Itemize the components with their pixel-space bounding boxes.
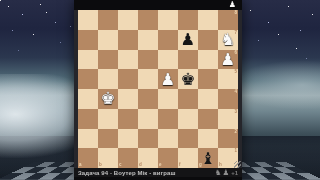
- square-g5[interactable]: [198, 69, 218, 89]
- material-score: +1: [231, 170, 238, 176]
- puzzle-caption: Задача 94 - Воутер Мік - виграш: [78, 170, 176, 176]
- square-g7[interactable]: [198, 30, 218, 50]
- rank-label-2: 2: [234, 130, 237, 135]
- square-a6[interactable]: [78, 50, 98, 70]
- black-king-f5[interactable]: ♚: [181, 70, 196, 89]
- square-h4[interactable]: 4: [218, 89, 238, 109]
- background-scene: ♟ 8♟7♞6♟♟♚5♚432abcdefg♝h1 Задача 94 - Во…: [0, 0, 320, 180]
- window-footer: [74, 177, 242, 180]
- white-knight-h7[interactable]: ♞: [221, 30, 236, 49]
- square-h2[interactable]: 2: [218, 129, 238, 149]
- rank-label-7: 7: [234, 31, 237, 36]
- file-label-b: b: [99, 163, 102, 168]
- file-label-c: c: [119, 163, 122, 168]
- square-d1[interactable]: d: [138, 148, 158, 168]
- rank-label-3: 3: [234, 110, 237, 115]
- board-frame: 8♟7♞6♟♟♚5♚432abcdefg♝h1: [74, 10, 242, 168]
- square-h8[interactable]: 8: [218, 10, 238, 30]
- square-d6[interactable]: [138, 50, 158, 70]
- captured-black-pawn-icon: ♟: [222, 169, 229, 177]
- file-label-d: d: [139, 163, 142, 168]
- square-b3[interactable]: [98, 109, 118, 129]
- starfield: [0, 0, 1, 1]
- square-d5[interactable]: [138, 69, 158, 89]
- square-c1[interactable]: c: [118, 148, 138, 168]
- square-e7[interactable]: [158, 30, 178, 50]
- square-h3[interactable]: 3: [218, 109, 238, 129]
- square-f3[interactable]: [178, 109, 198, 129]
- white-king-b4[interactable]: ♚: [101, 89, 116, 108]
- square-f6[interactable]: [178, 50, 198, 70]
- square-g6[interactable]: [198, 50, 218, 70]
- rank-label-5: 5: [234, 70, 237, 75]
- captured-white-pawn-icon: ♟: [229, 1, 236, 9]
- square-d7[interactable]: [138, 30, 158, 50]
- square-e5[interactable]: ♟: [158, 69, 178, 89]
- square-f4[interactable]: [178, 89, 198, 109]
- square-c7[interactable]: [118, 30, 138, 50]
- square-f7[interactable]: ♟: [178, 30, 198, 50]
- square-h5[interactable]: 5: [218, 69, 238, 89]
- square-c3[interactable]: [118, 109, 138, 129]
- square-b6[interactable]: [98, 50, 118, 70]
- wave-foam-right: [230, 60, 320, 110]
- square-e8[interactable]: [158, 10, 178, 30]
- black-pawn-f7[interactable]: ♟: [181, 30, 196, 49]
- black-bishop-g1[interactable]: ♝: [201, 149, 216, 168]
- square-d8[interactable]: [138, 10, 158, 30]
- material-indicator: ♞ ♟ +1: [215, 169, 238, 177]
- square-f8[interactable]: [178, 10, 198, 30]
- white-pawn-e5[interactable]: ♟: [161, 70, 176, 89]
- square-a2[interactable]: [78, 129, 98, 149]
- square-c8[interactable]: [118, 10, 138, 30]
- square-b8[interactable]: [98, 10, 118, 30]
- square-h6[interactable]: 6♟: [218, 50, 238, 70]
- rank-label-4: 4: [234, 90, 237, 95]
- square-a7[interactable]: [78, 30, 98, 50]
- square-c6[interactable]: [118, 50, 138, 70]
- square-d4[interactable]: [138, 89, 158, 109]
- square-b2[interactable]: [98, 129, 118, 149]
- square-c2[interactable]: [118, 129, 138, 149]
- white-pawn-h6[interactable]: ♟: [221, 50, 236, 69]
- square-c4[interactable]: [118, 89, 138, 109]
- square-g2[interactable]: [198, 129, 218, 149]
- square-g8[interactable]: [198, 10, 218, 30]
- square-a1[interactable]: a: [78, 148, 98, 168]
- chess-board[interactable]: 8♟7♞6♟♟♚5♚432abcdefg♝h1: [78, 10, 238, 168]
- chess-app-window: ♟ 8♟7♞6♟♟♚5♚432abcdefg♝h1 Задача 94 - Во…: [74, 0, 242, 180]
- square-b1[interactable]: b: [98, 148, 118, 168]
- square-a3[interactable]: [78, 109, 98, 129]
- resize-grip-icon[interactable]: [234, 161, 241, 168]
- file-label-a: a: [79, 163, 82, 168]
- square-g1[interactable]: g♝: [198, 148, 218, 168]
- square-f5[interactable]: ♚: [178, 69, 198, 89]
- square-g4[interactable]: [198, 89, 218, 109]
- square-b5[interactable]: [98, 69, 118, 89]
- square-e6[interactable]: [158, 50, 178, 70]
- square-e2[interactable]: [158, 129, 178, 149]
- status-bar: Задача 94 - Воутер Мік - виграш ♞ ♟ +1: [74, 168, 242, 177]
- file-label-g: g: [199, 163, 202, 168]
- square-a5[interactable]: [78, 69, 98, 89]
- square-f1[interactable]: f: [178, 148, 198, 168]
- rank-label-1: 1: [234, 149, 237, 154]
- square-e3[interactable]: [158, 109, 178, 129]
- square-e4[interactable]: [158, 89, 178, 109]
- file-label-e: e: [159, 163, 162, 168]
- square-b7[interactable]: [98, 30, 118, 50]
- square-g3[interactable]: [198, 109, 218, 129]
- square-a8[interactable]: [78, 10, 98, 30]
- square-d2[interactable]: [138, 129, 158, 149]
- captured-black-knight-icon: ♞: [215, 169, 222, 177]
- file-label-h: h: [219, 163, 222, 168]
- square-h7[interactable]: 7♞: [218, 30, 238, 50]
- square-a4[interactable]: [78, 89, 98, 109]
- square-e1[interactable]: e: [158, 148, 178, 168]
- rank-label-6: 6: [234, 51, 237, 56]
- square-d3[interactable]: [138, 109, 158, 129]
- top-bar: ♟: [74, 0, 242, 10]
- square-c5[interactable]: [118, 69, 138, 89]
- square-b4[interactable]: ♚: [98, 89, 118, 109]
- rank-label-8: 8: [234, 11, 237, 16]
- square-f2[interactable]: [178, 129, 198, 149]
- file-label-f: f: [179, 163, 181, 168]
